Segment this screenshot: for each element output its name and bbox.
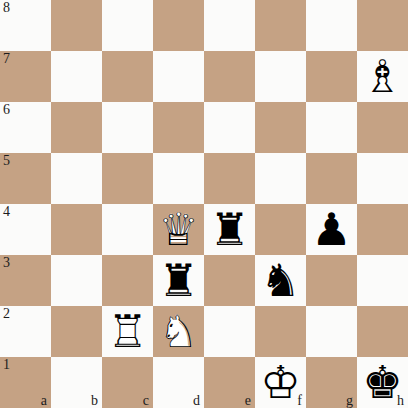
square-a8[interactable]: 8 <box>0 0 51 51</box>
square-d7[interactable] <box>153 51 204 102</box>
square-a3[interactable]: 3 <box>0 255 51 306</box>
square-h2[interactable] <box>357 306 408 357</box>
black-rook-glyph: ♜ <box>204 204 255 255</box>
square-f5[interactable] <box>255 153 306 204</box>
file-label-b: b <box>91 393 98 408</box>
chessboard: 87♝♗654♛♕♜♟3♜♞2♜♖♞♘1abcdef♚♔gh♚ <box>0 0 408 408</box>
square-d2[interactable]: ♞♘ <box>153 306 204 357</box>
square-a4[interactable]: 4 <box>0 204 51 255</box>
square-b5[interactable] <box>51 153 102 204</box>
square-g8[interactable] <box>306 0 357 51</box>
square-c7[interactable] <box>102 51 153 102</box>
square-g4[interactable]: ♟ <box>306 204 357 255</box>
black-pawn-glyph: ♟ <box>306 204 357 255</box>
rank-label-8: 8 <box>3 0 10 16</box>
white-bishop-outline: ♗ <box>357 51 408 102</box>
white-rook-outline: ♖ <box>102 306 153 357</box>
square-b8[interactable] <box>51 0 102 51</box>
square-b6[interactable] <box>51 102 102 153</box>
square-g7[interactable] <box>306 51 357 102</box>
rank-label-4: 4 <box>3 204 10 220</box>
square-b3[interactable] <box>51 255 102 306</box>
square-d8[interactable] <box>153 0 204 51</box>
square-h3[interactable] <box>357 255 408 306</box>
square-f2[interactable] <box>255 306 306 357</box>
square-a7[interactable]: 7 <box>0 51 51 102</box>
white-bishop-h7: ♝♗ <box>357 51 408 102</box>
file-label-c: c <box>143 393 149 408</box>
square-e6[interactable] <box>204 102 255 153</box>
white-queen-d4: ♛♕ <box>153 204 204 255</box>
white-rook-c2: ♜♖ <box>102 306 153 357</box>
square-e8[interactable] <box>204 0 255 51</box>
square-d1[interactable]: d <box>153 357 204 408</box>
white-knight-outline: ♘ <box>153 306 204 357</box>
square-f6[interactable] <box>255 102 306 153</box>
white-king-f1: ♚♔ <box>255 357 306 408</box>
square-d5[interactable] <box>153 153 204 204</box>
black-rook-d3: ♜ <box>153 255 204 306</box>
square-g5[interactable] <box>306 153 357 204</box>
square-d4[interactable]: ♛♕ <box>153 204 204 255</box>
file-label-a: a <box>41 393 47 408</box>
square-h6[interactable] <box>357 102 408 153</box>
square-a6[interactable]: 6 <box>0 102 51 153</box>
square-c2[interactable]: ♜♖ <box>102 306 153 357</box>
square-h4[interactable] <box>357 204 408 255</box>
square-e7[interactable] <box>204 51 255 102</box>
square-c3[interactable] <box>102 255 153 306</box>
square-h1[interactable]: h♚ <box>357 357 408 408</box>
file-label-e: e <box>245 393 251 408</box>
square-h7[interactable]: ♝♗ <box>357 51 408 102</box>
square-c4[interactable] <box>102 204 153 255</box>
black-rook-e4: ♜ <box>204 204 255 255</box>
square-f4[interactable] <box>255 204 306 255</box>
square-b7[interactable] <box>51 51 102 102</box>
black-knight-f3: ♞ <box>255 255 306 306</box>
square-e3[interactable] <box>204 255 255 306</box>
rank-label-2: 2 <box>3 306 10 322</box>
rank-label-7: 7 <box>3 51 10 67</box>
square-h5[interactable] <box>357 153 408 204</box>
square-a1[interactable]: 1a <box>0 357 51 408</box>
square-e5[interactable] <box>204 153 255 204</box>
white-king-outline: ♔ <box>255 357 306 408</box>
rank-label-3: 3 <box>3 255 10 271</box>
square-d6[interactable] <box>153 102 204 153</box>
chess-board-wrap: 87♝♗654♛♕♜♟3♜♞2♜♖♞♘1abcdef♚♔gh♚ <box>0 0 408 408</box>
square-c5[interactable] <box>102 153 153 204</box>
square-a5[interactable]: 5 <box>0 153 51 204</box>
white-queen-outline: ♕ <box>153 204 204 255</box>
square-f1[interactable]: f♚♔ <box>255 357 306 408</box>
white-knight-d2: ♞♘ <box>153 306 204 357</box>
square-b4[interactable] <box>51 204 102 255</box>
file-label-d: d <box>193 393 200 408</box>
file-label-g: g <box>346 393 353 408</box>
rank-label-6: 6 <box>3 102 10 118</box>
square-g3[interactable] <box>306 255 357 306</box>
square-g1[interactable]: g <box>306 357 357 408</box>
black-king-glyph: ♚ <box>357 357 408 408</box>
square-e2[interactable] <box>204 306 255 357</box>
rank-label-1: 1 <box>3 357 10 373</box>
square-b2[interactable] <box>51 306 102 357</box>
square-g2[interactable] <box>306 306 357 357</box>
black-rook-glyph: ♜ <box>153 255 204 306</box>
square-c1[interactable]: c <box>102 357 153 408</box>
square-f7[interactable] <box>255 51 306 102</box>
square-f3[interactable]: ♞ <box>255 255 306 306</box>
square-c6[interactable] <box>102 102 153 153</box>
square-a2[interactable]: 2 <box>0 306 51 357</box>
square-e1[interactable]: e <box>204 357 255 408</box>
square-c8[interactable] <box>102 0 153 51</box>
square-f8[interactable] <box>255 0 306 51</box>
black-pawn-g4: ♟ <box>306 204 357 255</box>
black-knight-glyph: ♞ <box>255 255 306 306</box>
square-d3[interactable]: ♜ <box>153 255 204 306</box>
black-king-h1: ♚ <box>357 357 408 408</box>
square-h8[interactable] <box>357 0 408 51</box>
square-b1[interactable]: b <box>51 357 102 408</box>
square-g6[interactable] <box>306 102 357 153</box>
square-e4[interactable]: ♜ <box>204 204 255 255</box>
rank-label-5: 5 <box>3 153 10 169</box>
